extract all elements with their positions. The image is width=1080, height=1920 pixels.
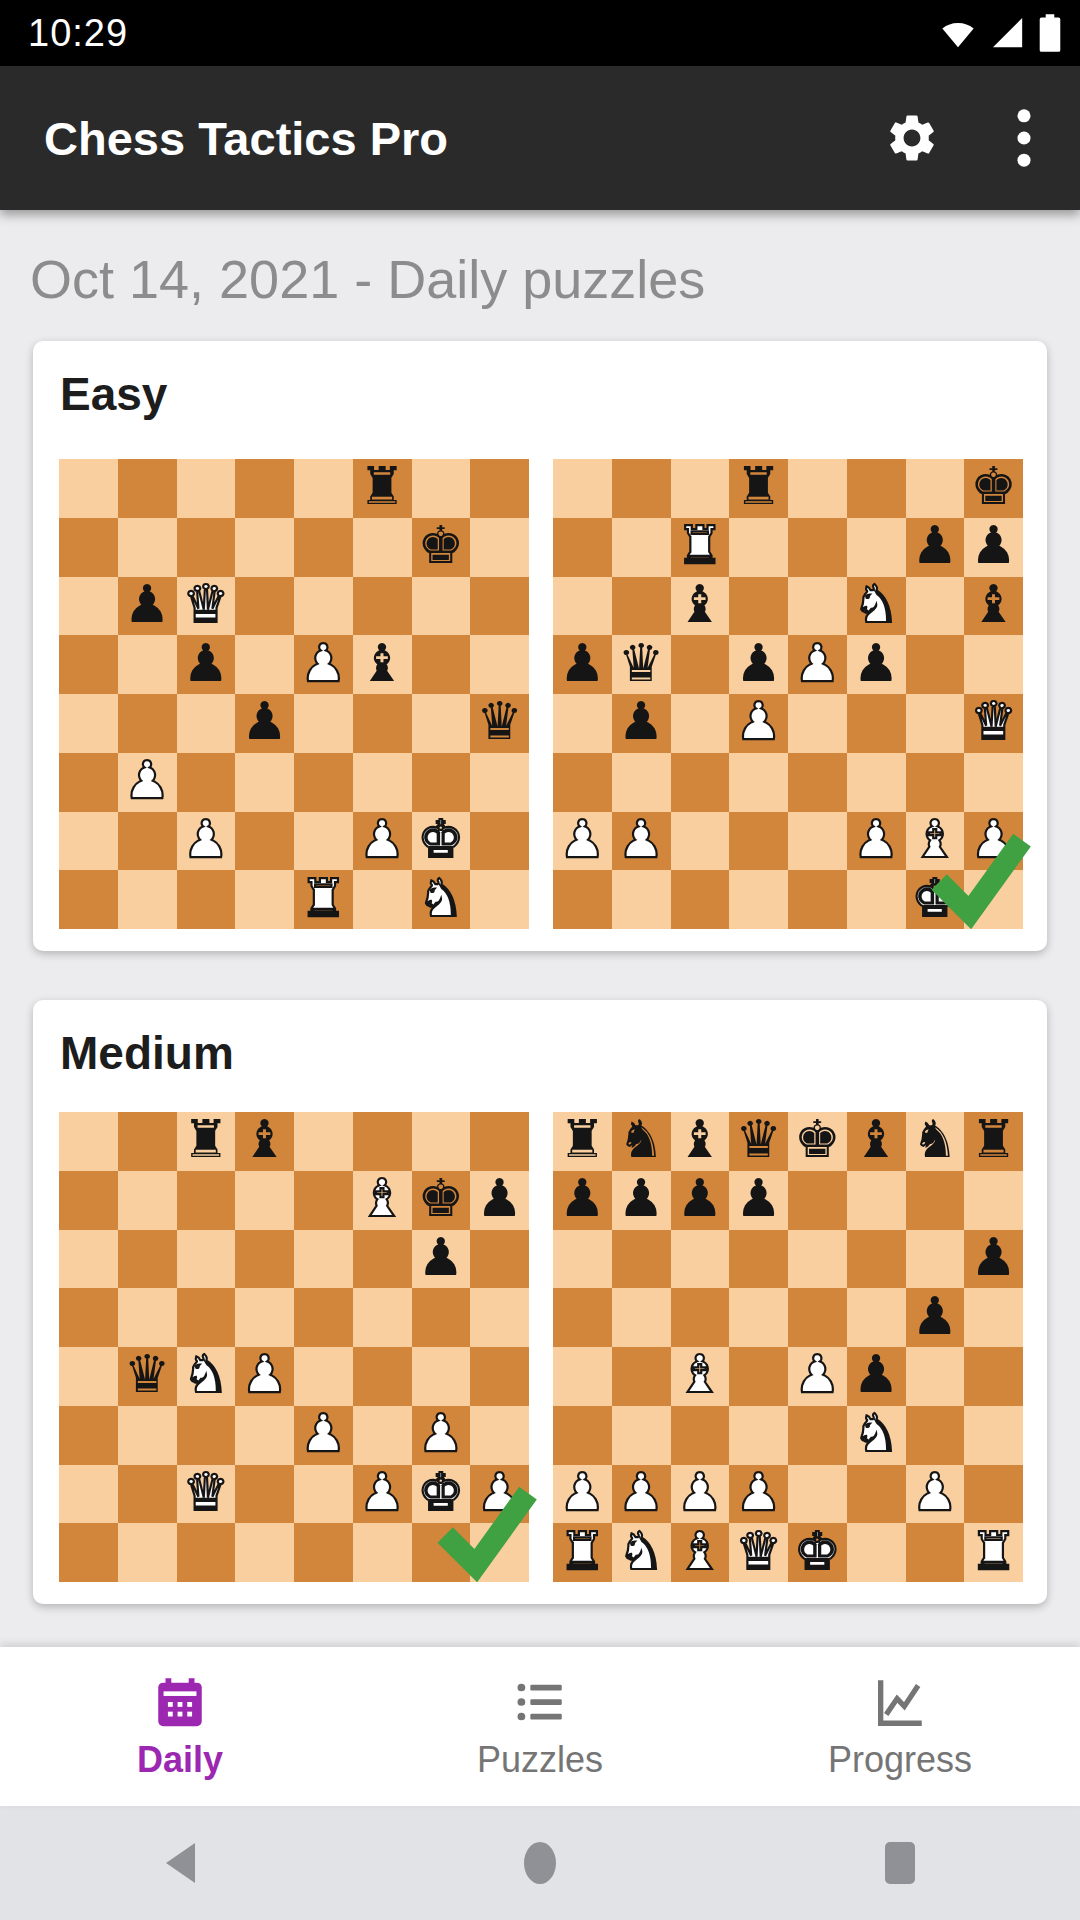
square-f3 bbox=[847, 753, 906, 812]
white-rook: ♜ bbox=[677, 519, 724, 571]
square-a7 bbox=[553, 518, 612, 577]
square-b2 bbox=[118, 812, 177, 871]
square-h7: ♟ bbox=[470, 1171, 529, 1230]
square-h7 bbox=[470, 518, 529, 577]
square-h2 bbox=[470, 812, 529, 871]
black-rook: ♜ bbox=[559, 1113, 606, 1165]
white-king: ♚ bbox=[794, 1525, 841, 1577]
square-b4 bbox=[612, 1347, 671, 1406]
square-h8 bbox=[470, 459, 529, 518]
tab-puzzles[interactable]: Puzzles bbox=[360, 1647, 720, 1806]
square-f4 bbox=[353, 694, 412, 753]
white-queen: ♛ bbox=[183, 1466, 230, 1518]
black-queen: ♛ bbox=[124, 1348, 171, 1400]
square-g5 bbox=[906, 635, 965, 694]
square-f7: ♝ bbox=[353, 1171, 412, 1230]
square-d7 bbox=[235, 518, 294, 577]
square-d8: ♛ bbox=[729, 1112, 788, 1171]
square-g8: ♞ bbox=[906, 1112, 965, 1171]
square-c3 bbox=[177, 753, 236, 812]
square-g8 bbox=[412, 1112, 471, 1171]
square-g6: ♟ bbox=[412, 1230, 471, 1289]
square-f6 bbox=[353, 1230, 412, 1289]
square-a1 bbox=[59, 870, 118, 929]
black-king: ♚ bbox=[418, 519, 465, 571]
medium-card: Medium ♜♝♝♚♟♟♛♞♟♟♟♛♟♚♟ ♜♞♝♛♚♝♞♜♟♟♟♟♟♟♝♟♟… bbox=[33, 1000, 1047, 1604]
square-d4: ♟ bbox=[729, 694, 788, 753]
battery-icon bbox=[1038, 12, 1062, 54]
square-e5 bbox=[788, 1288, 847, 1347]
square-c1 bbox=[671, 870, 730, 929]
square-f8: ♝ bbox=[847, 1112, 906, 1171]
square-a5 bbox=[59, 635, 118, 694]
square-e8 bbox=[294, 459, 353, 518]
square-f5 bbox=[353, 1288, 412, 1347]
square-c7: ♟ bbox=[671, 1171, 730, 1230]
square-c1: ♝ bbox=[671, 1523, 730, 1582]
cell-signal-icon bbox=[988, 13, 1028, 53]
easy-card-title: Easy bbox=[60, 367, 167, 421]
square-b4 bbox=[118, 694, 177, 753]
square-d5 bbox=[235, 635, 294, 694]
white-knight: ♞ bbox=[618, 1525, 665, 1577]
square-f1 bbox=[847, 870, 906, 929]
square-f8 bbox=[847, 459, 906, 518]
white-pawn: ♟ bbox=[300, 1407, 347, 1459]
black-pawn: ♟ bbox=[735, 637, 782, 689]
square-g6 bbox=[906, 1230, 965, 1289]
square-a2: ♟ bbox=[553, 1465, 612, 1524]
square-c4: ♝ bbox=[671, 1347, 730, 1406]
square-a1: ♜ bbox=[553, 1523, 612, 1582]
square-d3 bbox=[729, 753, 788, 812]
square-a8 bbox=[553, 459, 612, 518]
square-a3 bbox=[59, 753, 118, 812]
home-icon[interactable] bbox=[360, 1840, 720, 1886]
square-c7 bbox=[177, 518, 236, 577]
square-c4 bbox=[671, 694, 730, 753]
square-c5 bbox=[671, 1288, 730, 1347]
square-b6 bbox=[612, 1230, 671, 1289]
square-e8 bbox=[788, 459, 847, 518]
square-d7 bbox=[235, 1171, 294, 1230]
square-a8 bbox=[59, 459, 118, 518]
square-f1 bbox=[847, 1523, 906, 1582]
square-d3 bbox=[729, 1406, 788, 1465]
square-h4: ♛ bbox=[470, 694, 529, 753]
square-g5 bbox=[412, 635, 471, 694]
solved-check-icon bbox=[435, 1484, 537, 1586]
square-a8 bbox=[59, 1112, 118, 1171]
square-h3 bbox=[964, 1406, 1023, 1465]
square-b5 bbox=[612, 1288, 671, 1347]
white-pawn: ♟ bbox=[559, 1466, 606, 1518]
square-c5 bbox=[671, 635, 730, 694]
black-rook: ♜ bbox=[183, 1113, 230, 1165]
black-bishop: ♝ bbox=[970, 578, 1017, 630]
easy-card: Easy ♜♚♟♛♟♟♝♟♛♟♟♟♚♜♞ ♜♚♜♟♟♝♞♝♟♛♟♟♟♟♟♛♟♟♟… bbox=[33, 341, 1047, 951]
square-e4 bbox=[294, 1347, 353, 1406]
square-b7 bbox=[118, 1171, 177, 1230]
square-g2: ♚ bbox=[412, 812, 471, 871]
square-f6 bbox=[847, 1230, 906, 1289]
black-king: ♚ bbox=[418, 1172, 465, 1224]
square-d2: ♟ bbox=[729, 1465, 788, 1524]
square-h7: ♟ bbox=[964, 518, 1023, 577]
square-c4: ♞ bbox=[177, 1347, 236, 1406]
square-d8: ♝ bbox=[235, 1112, 294, 1171]
square-c8: ♝ bbox=[671, 1112, 730, 1171]
square-a6 bbox=[553, 1230, 612, 1289]
black-queen: ♛ bbox=[476, 695, 523, 747]
white-knight: ♞ bbox=[853, 578, 900, 630]
square-f4 bbox=[353, 1347, 412, 1406]
square-g6 bbox=[412, 577, 471, 636]
square-e1 bbox=[788, 870, 847, 929]
square-g4 bbox=[906, 1347, 965, 1406]
square-d5 bbox=[235, 1288, 294, 1347]
square-h6: ♟ bbox=[964, 1230, 1023, 1289]
square-a6 bbox=[59, 1230, 118, 1289]
square-b8 bbox=[118, 1112, 177, 1171]
square-f7 bbox=[847, 1171, 906, 1230]
square-a2 bbox=[59, 812, 118, 871]
white-pawn: ♟ bbox=[418, 1407, 465, 1459]
white-knight: ♞ bbox=[418, 872, 465, 924]
status-time: 10:29 bbox=[28, 12, 128, 55]
square-e6 bbox=[294, 1230, 353, 1289]
bottom-nav: Daily Puzzles Progress bbox=[0, 1647, 1080, 1806]
line-chart-icon bbox=[871, 1673, 929, 1731]
square-d1 bbox=[235, 1523, 294, 1582]
square-c6 bbox=[671, 1230, 730, 1289]
square-c3 bbox=[671, 753, 730, 812]
square-b1 bbox=[118, 1523, 177, 1582]
square-f2: ♟ bbox=[847, 812, 906, 871]
black-pawn: ♟ bbox=[853, 637, 900, 689]
square-a3 bbox=[59, 1406, 118, 1465]
black-bishop: ♝ bbox=[853, 1113, 900, 1165]
square-f3 bbox=[353, 1406, 412, 1465]
square-f4 bbox=[847, 694, 906, 753]
black-bishop: ♝ bbox=[241, 1113, 288, 1165]
black-knight: ♞ bbox=[618, 1113, 665, 1165]
white-bishop: ♝ bbox=[677, 1525, 724, 1577]
square-b1 bbox=[118, 870, 177, 929]
square-d7: ♟ bbox=[729, 1171, 788, 1230]
black-bishop: ♝ bbox=[677, 578, 724, 630]
black-king: ♚ bbox=[970, 460, 1017, 512]
square-e4 bbox=[788, 694, 847, 753]
black-pawn: ♟ bbox=[618, 1172, 665, 1224]
square-d2 bbox=[235, 1465, 294, 1524]
square-a3 bbox=[553, 1406, 612, 1465]
square-c7 bbox=[177, 1171, 236, 1230]
square-g7: ♟ bbox=[906, 518, 965, 577]
white-queen: ♛ bbox=[735, 1525, 782, 1577]
square-c4 bbox=[177, 694, 236, 753]
square-e6 bbox=[788, 577, 847, 636]
square-g2: ♟ bbox=[906, 1465, 965, 1524]
square-b5 bbox=[118, 635, 177, 694]
white-rook: ♜ bbox=[559, 1525, 606, 1577]
square-b7: ♟ bbox=[612, 1171, 671, 1230]
chess-board-medium-2[interactable]: ♜♞♝♛♚♝♞♜♟♟♟♟♟♟♝♟♟♞♟♟♟♟♟♜♞♝♛♚♜ bbox=[553, 1112, 1023, 1582]
square-a7 bbox=[59, 518, 118, 577]
square-b3: ♟ bbox=[118, 753, 177, 812]
square-c3 bbox=[177, 1406, 236, 1465]
square-b3 bbox=[612, 753, 671, 812]
square-c8: ♜ bbox=[177, 1112, 236, 1171]
chess-board-easy-1[interactable]: ♜♚♟♛♟♟♝♟♛♟♟♟♚♜♞ bbox=[59, 459, 529, 929]
tab-progress[interactable]: Progress bbox=[720, 1647, 1080, 1806]
calendar-icon bbox=[151, 1673, 209, 1731]
square-c2: ♟ bbox=[177, 812, 236, 871]
square-e2 bbox=[788, 812, 847, 871]
square-b6 bbox=[118, 1230, 177, 1289]
square-f4: ♟ bbox=[847, 1347, 906, 1406]
black-pawn: ♟ bbox=[124, 578, 171, 630]
square-g3 bbox=[906, 1406, 965, 1465]
square-h3 bbox=[964, 753, 1023, 812]
square-c6: ♛ bbox=[177, 577, 236, 636]
square-d6 bbox=[729, 577, 788, 636]
settings-gear-icon[interactable] bbox=[874, 90, 950, 186]
black-pawn: ♟ bbox=[853, 1348, 900, 1400]
white-pawn: ♟ bbox=[559, 813, 606, 865]
square-g4 bbox=[412, 694, 471, 753]
black-rook: ♜ bbox=[970, 1113, 1017, 1165]
square-g5 bbox=[412, 1288, 471, 1347]
square-g1: ♞ bbox=[412, 870, 471, 929]
square-e4 bbox=[294, 694, 353, 753]
square-f1 bbox=[353, 870, 412, 929]
white-queen: ♛ bbox=[970, 695, 1017, 747]
white-pawn: ♟ bbox=[794, 637, 841, 689]
black-rook: ♜ bbox=[735, 460, 782, 512]
square-h5 bbox=[470, 635, 529, 694]
square-a6 bbox=[59, 577, 118, 636]
square-e5: ♟ bbox=[788, 635, 847, 694]
square-f7 bbox=[353, 518, 412, 577]
black-bishop: ♝ bbox=[677, 1113, 724, 1165]
square-h5 bbox=[470, 1288, 529, 1347]
square-a5 bbox=[59, 1288, 118, 1347]
list-icon bbox=[511, 1673, 569, 1731]
square-f3: ♞ bbox=[847, 1406, 906, 1465]
square-e6 bbox=[788, 1230, 847, 1289]
square-a3 bbox=[553, 753, 612, 812]
square-h8: ♜ bbox=[964, 1112, 1023, 1171]
chess-board-easy-2[interactable]: ♜♚♜♟♟♝♞♝♟♛♟♟♟♟♟♛♟♟♟♝♟♚ bbox=[553, 459, 1023, 929]
square-h5 bbox=[964, 635, 1023, 694]
black-queen: ♛ bbox=[735, 1113, 782, 1165]
square-d8 bbox=[235, 459, 294, 518]
tab-puzzles-label: Puzzles bbox=[477, 1739, 603, 1781]
square-g6 bbox=[906, 577, 965, 636]
black-king: ♚ bbox=[794, 1113, 841, 1165]
square-f2: ♟ bbox=[353, 1465, 412, 1524]
square-c6: ♝ bbox=[671, 577, 730, 636]
square-d5 bbox=[729, 1288, 788, 1347]
square-h5 bbox=[964, 1288, 1023, 1347]
recents-icon[interactable] bbox=[720, 1841, 1080, 1885]
white-pawn: ♟ bbox=[677, 1466, 724, 1518]
black-knight: ♞ bbox=[912, 1113, 959, 1165]
white-pawn: ♟ bbox=[183, 813, 230, 865]
white-bishop: ♝ bbox=[677, 1348, 724, 1400]
square-d1 bbox=[235, 870, 294, 929]
square-d4: ♟ bbox=[235, 1347, 294, 1406]
white-pawn: ♟ bbox=[618, 1466, 665, 1518]
square-d7 bbox=[729, 518, 788, 577]
white-pawn: ♟ bbox=[735, 1466, 782, 1518]
square-h3 bbox=[470, 753, 529, 812]
white-queen: ♛ bbox=[183, 578, 230, 630]
square-a4 bbox=[553, 1347, 612, 1406]
square-f2 bbox=[847, 1465, 906, 1524]
white-king: ♚ bbox=[418, 813, 465, 865]
square-f1 bbox=[353, 1523, 412, 1582]
black-pawn: ♟ bbox=[970, 1231, 1017, 1283]
app-bar: Chess Tactics Pro bbox=[0, 66, 1080, 210]
black-rook: ♜ bbox=[359, 460, 406, 512]
square-b8 bbox=[612, 459, 671, 518]
square-a5 bbox=[553, 1288, 612, 1347]
square-g7: ♚ bbox=[412, 1171, 471, 1230]
square-a4 bbox=[553, 694, 612, 753]
status-bar: 10:29 bbox=[0, 0, 1080, 66]
white-pawn: ♟ bbox=[124, 754, 171, 806]
square-a4 bbox=[59, 694, 118, 753]
square-e1: ♚ bbox=[788, 1523, 847, 1582]
medium-card-title: Medium bbox=[60, 1026, 234, 1080]
square-a2 bbox=[59, 1465, 118, 1524]
square-a1 bbox=[59, 1523, 118, 1582]
white-pawn: ♟ bbox=[359, 813, 406, 865]
black-pawn: ♟ bbox=[476, 1172, 523, 1224]
square-d3 bbox=[235, 1406, 294, 1465]
black-pawn: ♟ bbox=[559, 1172, 606, 1224]
square-e2 bbox=[788, 1465, 847, 1524]
square-c8 bbox=[671, 459, 730, 518]
square-e5: ♟ bbox=[294, 635, 353, 694]
tab-daily[interactable]: Daily bbox=[0, 1647, 360, 1806]
square-b2: ♟ bbox=[612, 1465, 671, 1524]
black-pawn: ♟ bbox=[418, 1231, 465, 1283]
square-h6 bbox=[470, 577, 529, 636]
square-e1 bbox=[294, 1523, 353, 1582]
square-b3 bbox=[612, 1406, 671, 1465]
date-heading: Oct 14, 2021 - Daily puzzles bbox=[30, 248, 705, 310]
square-e6 bbox=[294, 577, 353, 636]
square-g7: ♚ bbox=[412, 518, 471, 577]
square-e3 bbox=[294, 753, 353, 812]
square-c8 bbox=[177, 459, 236, 518]
square-d6 bbox=[235, 1230, 294, 1289]
system-nav-bar bbox=[0, 1806, 1080, 1920]
black-pawn: ♟ bbox=[970, 519, 1017, 571]
square-d5: ♟ bbox=[729, 635, 788, 694]
back-icon[interactable] bbox=[0, 1841, 360, 1885]
square-g7 bbox=[906, 1171, 965, 1230]
square-b3 bbox=[118, 1406, 177, 1465]
square-e7 bbox=[294, 518, 353, 577]
square-b6 bbox=[612, 577, 671, 636]
square-c2: ♟ bbox=[671, 1465, 730, 1524]
overflow-menu-icon[interactable] bbox=[986, 90, 1062, 186]
square-h1: ♜ bbox=[964, 1523, 1023, 1582]
white-pawn: ♟ bbox=[359, 1466, 406, 1518]
square-b6: ♟ bbox=[118, 577, 177, 636]
square-f3 bbox=[353, 753, 412, 812]
square-d1: ♛ bbox=[729, 1523, 788, 1582]
square-g3 bbox=[906, 753, 965, 812]
black-pawn: ♟ bbox=[677, 1172, 724, 1224]
square-e5 bbox=[294, 1288, 353, 1347]
square-h3 bbox=[470, 1406, 529, 1465]
square-g5: ♟ bbox=[906, 1288, 965, 1347]
square-c2: ♛ bbox=[177, 1465, 236, 1524]
square-g3: ♟ bbox=[412, 1406, 471, 1465]
square-d6 bbox=[729, 1230, 788, 1289]
square-f5: ♟ bbox=[847, 635, 906, 694]
square-e4: ♟ bbox=[788, 1347, 847, 1406]
square-c1 bbox=[177, 1523, 236, 1582]
square-b8 bbox=[118, 459, 177, 518]
square-a2: ♟ bbox=[553, 812, 612, 871]
square-a7: ♟ bbox=[553, 1171, 612, 1230]
square-g4 bbox=[906, 694, 965, 753]
square-h2 bbox=[964, 1465, 1023, 1524]
square-h1 bbox=[470, 870, 529, 929]
square-c7: ♜ bbox=[671, 518, 730, 577]
square-g8 bbox=[906, 459, 965, 518]
square-h4 bbox=[470, 1347, 529, 1406]
square-b4: ♛ bbox=[118, 1347, 177, 1406]
square-e2 bbox=[294, 1465, 353, 1524]
black-pawn: ♟ bbox=[735, 1172, 782, 1224]
square-g8 bbox=[412, 459, 471, 518]
square-b4: ♟ bbox=[612, 694, 671, 753]
black-pawn: ♟ bbox=[912, 1290, 959, 1342]
square-c3 bbox=[671, 1406, 730, 1465]
square-f8: ♜ bbox=[353, 459, 412, 518]
white-rook: ♜ bbox=[300, 872, 347, 924]
square-c1 bbox=[177, 870, 236, 929]
square-f2: ♟ bbox=[353, 812, 412, 871]
square-c5: ♟ bbox=[177, 635, 236, 694]
black-pawn: ♟ bbox=[912, 519, 959, 571]
black-pawn: ♟ bbox=[183, 637, 230, 689]
square-b1 bbox=[612, 870, 671, 929]
square-e7 bbox=[788, 518, 847, 577]
square-d2 bbox=[729, 812, 788, 871]
app-title: Chess Tactics Pro bbox=[44, 111, 448, 166]
square-d8: ♜ bbox=[729, 459, 788, 518]
square-b8: ♞ bbox=[612, 1112, 671, 1171]
square-d3 bbox=[235, 753, 294, 812]
white-knight: ♞ bbox=[183, 1348, 230, 1400]
white-pawn: ♟ bbox=[853, 813, 900, 865]
black-pawn: ♟ bbox=[241, 695, 288, 747]
square-h8: ♚ bbox=[964, 459, 1023, 518]
square-c6 bbox=[177, 1230, 236, 1289]
chess-board-medium-1[interactable]: ♜♝♝♚♟♟♛♞♟♟♟♛♟♚♟ bbox=[59, 1112, 529, 1582]
square-f6: ♞ bbox=[847, 577, 906, 636]
square-b2 bbox=[118, 1465, 177, 1524]
square-h6 bbox=[470, 1230, 529, 1289]
